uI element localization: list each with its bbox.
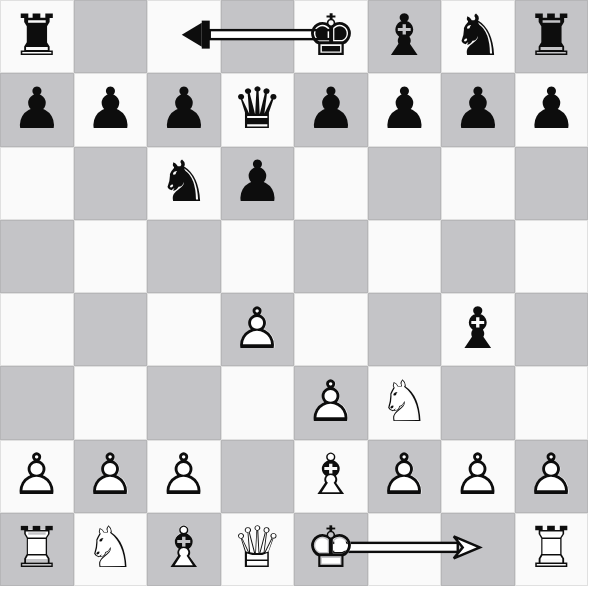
piece-white-pawn: ♟♙	[147, 440, 221, 513]
square-f8[interactable]: ♝	[368, 0, 442, 73]
square-a6[interactable]	[0, 147, 74, 220]
square-e2[interactable]: ♝♗	[294, 440, 368, 513]
square-d2[interactable]	[221, 440, 295, 513]
square-f5[interactable]	[368, 220, 442, 293]
piece-black-rook: ♜	[0, 0, 74, 73]
piece-white-pawn: ♟♙	[441, 440, 515, 513]
square-h8[interactable]: ♜	[515, 0, 589, 73]
square-b6[interactable]	[74, 147, 148, 220]
piece-black-pawn: ♟	[147, 73, 221, 146]
square-h3[interactable]	[515, 366, 589, 439]
piece-white-knight: ♞♘	[74, 513, 148, 586]
piece-white-bishop: ♝♗	[294, 440, 368, 513]
square-c2[interactable]: ♟♙	[147, 440, 221, 513]
square-c8[interactable]	[147, 0, 221, 73]
piece-black-knight: ♞	[147, 147, 221, 220]
square-g3[interactable]	[441, 366, 515, 439]
square-e3[interactable]: ♟♙	[294, 366, 368, 439]
square-d7[interactable]: ♛	[221, 73, 295, 146]
piece-white-pawn: ♟♙	[515, 440, 589, 513]
square-e5[interactable]	[294, 220, 368, 293]
square-b3[interactable]	[74, 366, 148, 439]
square-f3[interactable]: ♞♘	[368, 366, 442, 439]
square-e1[interactable]: ♚♔	[294, 513, 368, 586]
square-g8[interactable]: ♞	[441, 0, 515, 73]
piece-black-pawn: ♟	[368, 73, 442, 146]
square-a1[interactable]: ♜♖	[0, 513, 74, 586]
square-b8[interactable]	[74, 0, 148, 73]
square-b4[interactable]	[74, 293, 148, 366]
square-d8[interactable]	[221, 0, 295, 73]
piece-white-knight: ♞♘	[368, 366, 442, 439]
square-h2[interactable]: ♟♙	[515, 440, 589, 513]
piece-white-pawn: ♟♙	[74, 440, 148, 513]
square-h5[interactable]	[515, 220, 589, 293]
square-h4[interactable]	[515, 293, 589, 366]
square-e8[interactable]: ♚	[294, 0, 368, 73]
piece-black-pawn: ♟	[294, 73, 368, 146]
piece-black-pawn: ♟	[515, 73, 589, 146]
piece-white-king: ♚♔	[294, 513, 368, 586]
square-h7[interactable]: ♟	[515, 73, 589, 146]
square-d6[interactable]: ♟	[221, 147, 295, 220]
square-f7[interactable]: ♟	[368, 73, 442, 146]
piece-black-rook: ♜	[515, 0, 589, 73]
piece-white-queen: ♛♕	[221, 513, 295, 586]
square-f4[interactable]	[368, 293, 442, 366]
square-g2[interactable]: ♟♙	[441, 440, 515, 513]
piece-black-bishop: ♝	[441, 293, 515, 366]
square-d4[interactable]: ♟♙	[221, 293, 295, 366]
square-g7[interactable]: ♟	[441, 73, 515, 146]
square-c1[interactable]: ♝♗	[147, 513, 221, 586]
square-a7[interactable]: ♟	[0, 73, 74, 146]
square-e7[interactable]: ♟	[294, 73, 368, 146]
square-a4[interactable]	[0, 293, 74, 366]
square-g4[interactable]: ♝	[441, 293, 515, 366]
piece-black-pawn: ♟	[221, 147, 295, 220]
square-a2[interactable]: ♟♙	[0, 440, 74, 513]
piece-white-rook: ♜♖	[515, 513, 589, 586]
square-b7[interactable]: ♟	[74, 73, 148, 146]
chess-board: ♜♚♝♞♜♟♟♟♛♟♟♟♟♞♟♟♙♝♟♙♞♘♟♙♟♙♟♙♝♗♟♙♟♙♟♙♜♖♞♘…	[0, 0, 588, 586]
square-a8[interactable]: ♜	[0, 0, 74, 73]
square-c4[interactable]	[147, 293, 221, 366]
square-d5[interactable]	[221, 220, 295, 293]
piece-white-pawn: ♟♙	[368, 440, 442, 513]
square-c7[interactable]: ♟	[147, 73, 221, 146]
square-e4[interactable]	[294, 293, 368, 366]
square-f2[interactable]: ♟♙	[368, 440, 442, 513]
square-b5[interactable]	[74, 220, 148, 293]
piece-black-knight: ♞	[441, 0, 515, 73]
square-b1[interactable]: ♞♘	[74, 513, 148, 586]
square-g5[interactable]	[441, 220, 515, 293]
square-d3[interactable]	[221, 366, 295, 439]
piece-white-pawn: ♟♙	[221, 293, 295, 366]
square-g6[interactable]	[441, 147, 515, 220]
square-c5[interactable]	[147, 220, 221, 293]
square-c3[interactable]	[147, 366, 221, 439]
square-f1[interactable]	[368, 513, 442, 586]
square-a5[interactable]	[0, 220, 74, 293]
square-h1[interactable]: ♜♖	[515, 513, 589, 586]
piece-black-pawn: ♟	[0, 73, 74, 146]
square-b2[interactable]: ♟♙	[74, 440, 148, 513]
piece-black-pawn: ♟	[441, 73, 515, 146]
square-a3[interactable]	[0, 366, 74, 439]
square-c6[interactable]: ♞	[147, 147, 221, 220]
piece-black-queen: ♛	[221, 73, 295, 146]
piece-white-pawn: ♟♙	[0, 440, 74, 513]
piece-white-pawn: ♟♙	[294, 366, 368, 439]
square-h6[interactable]	[515, 147, 589, 220]
piece-black-pawn: ♟	[74, 73, 148, 146]
piece-white-bishop: ♝♗	[147, 513, 221, 586]
square-d1[interactable]: ♛♕	[221, 513, 295, 586]
piece-white-rook: ♜♖	[0, 513, 74, 586]
square-g1[interactable]	[441, 513, 515, 586]
piece-black-king: ♚	[294, 0, 368, 73]
board-grid: ♜♚♝♞♜♟♟♟♛♟♟♟♟♞♟♟♙♝♟♙♞♘♟♙♟♙♟♙♝♗♟♙♟♙♟♙♜♖♞♘…	[0, 0, 588, 586]
square-f6[interactable]	[368, 147, 442, 220]
piece-black-bishop: ♝	[368, 0, 442, 73]
square-e6[interactable]	[294, 147, 368, 220]
